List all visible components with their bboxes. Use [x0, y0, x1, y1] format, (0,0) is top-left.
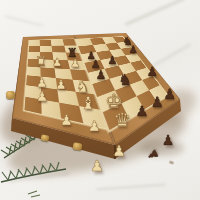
table-texture-streak: [96, 184, 166, 191]
brass-clasp: [6, 91, 15, 99]
fold-seam: [114, 144, 116, 159]
square-a1: [24, 97, 41, 114]
table-texture-streak: [4, 15, 43, 27]
captured-pieces-shadow: [140, 140, 184, 156]
table-speck: [169, 160, 175, 165]
table-texture-streak: [124, 0, 186, 26]
photo-scene: ♞♜♟♟♜♟♟♟♟♟♟♟♞♞♟♟♝♚♟♟♛♟♟♟ ♟♟♟♟: [0, 0, 200, 200]
table-texture-streak: [152, 43, 191, 67]
brass-hinge: [72, 142, 82, 150]
